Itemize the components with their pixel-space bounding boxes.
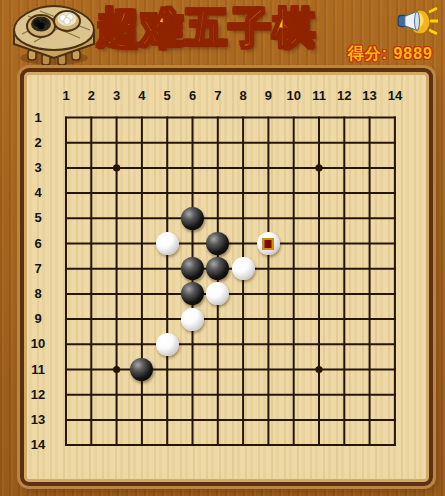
row-label: 3: [26, 160, 50, 176]
col-label: 8: [231, 88, 255, 104]
col-label: 7: [206, 88, 230, 104]
star-point: [113, 366, 120, 373]
row-label: 5: [26, 210, 50, 226]
row-label: 6: [26, 236, 50, 252]
last-move-marker: [263, 238, 274, 250]
col-label: 14: [383, 88, 407, 104]
row-label: 14: [26, 437, 50, 453]
stone-white: [181, 308, 204, 331]
row-label: 11: [26, 362, 50, 378]
row-label: 10: [26, 336, 50, 352]
col-label: 6: [181, 88, 205, 104]
col-label: 2: [79, 88, 103, 104]
star-point: [315, 366, 322, 373]
game-window: 超难五子棋 得分: 9889 1122334455667788991010111…: [0, 0, 445, 496]
col-label: 4: [130, 88, 154, 104]
row-label: 2: [26, 135, 50, 151]
col-label: 13: [358, 88, 382, 104]
col-label: 5: [155, 88, 179, 104]
star-point: [315, 164, 322, 171]
stone-white: [156, 232, 179, 255]
stone-white: [257, 232, 280, 255]
col-label: 1: [54, 88, 78, 104]
stone-white: [156, 333, 179, 356]
stone-white: [232, 257, 255, 280]
stone-black: [181, 207, 204, 230]
col-label: 12: [332, 88, 356, 104]
row-label: 13: [26, 412, 50, 428]
col-label: 9: [256, 88, 280, 104]
row-label: 7: [26, 261, 50, 277]
row-label: 4: [26, 185, 50, 201]
star-point: [113, 164, 120, 171]
col-label: 3: [105, 88, 129, 104]
row-label: 9: [26, 311, 50, 327]
col-label: 11: [307, 88, 331, 104]
row-label: 1: [26, 110, 50, 126]
row-label: 12: [26, 387, 50, 403]
col-label: 10: [282, 88, 306, 104]
row-label: 8: [26, 286, 50, 302]
